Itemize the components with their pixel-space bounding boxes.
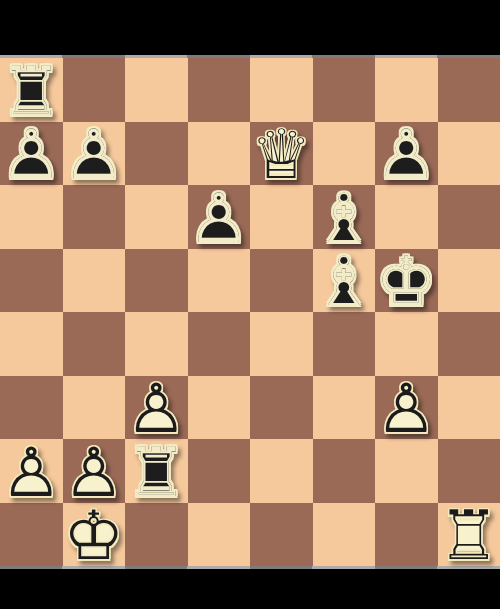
square-e8[interactable] <box>250 58 313 122</box>
square-d5[interactable] <box>188 249 251 313</box>
black-pawn[interactable]: ♟♙ <box>188 185 249 253</box>
top-frame <box>0 0 500 55</box>
pawn-glyph-outline: ♙ <box>188 185 249 253</box>
square-a2[interactable]: ♟♙ <box>0 439 63 503</box>
square-b5[interactable] <box>63 249 126 313</box>
square-f1[interactable] <box>313 503 376 567</box>
square-d6[interactable]: ♟♙ <box>188 185 251 249</box>
king-glyph-outline: ♔ <box>63 502 124 570</box>
pawn-glyph-outline: ♙ <box>1 121 62 189</box>
square-c7[interactable] <box>125 122 188 186</box>
square-e7[interactable]: ♛♕ <box>250 122 313 186</box>
square-h1[interactable]: ♜♖ <box>438 503 500 567</box>
white-king[interactable]: ♚♔ <box>63 502 124 570</box>
square-g7[interactable]: ♟♙ <box>375 122 438 186</box>
square-f2[interactable] <box>313 439 376 503</box>
square-d2[interactable] <box>188 439 251 503</box>
square-a4[interactable] <box>0 312 63 376</box>
rook-glyph-outline: ♖ <box>438 502 499 570</box>
square-c2[interactable]: ♜♖ <box>125 439 188 503</box>
black-pawn[interactable]: ♟♙ <box>376 121 437 189</box>
square-c6[interactable] <box>125 185 188 249</box>
square-e6[interactable] <box>250 185 313 249</box>
square-b1[interactable]: ♚♔ <box>63 503 126 567</box>
square-h4[interactable] <box>438 312 500 376</box>
square-f7[interactable] <box>313 122 376 186</box>
square-c3[interactable]: ♟♙ <box>125 376 188 440</box>
black-pawn[interactable]: ♟♙ <box>63 121 124 189</box>
square-a3[interactable] <box>0 376 63 440</box>
square-b7[interactable]: ♟♙ <box>63 122 126 186</box>
square-f8[interactable] <box>313 58 376 122</box>
white-pawn[interactable]: ♟♙ <box>1 439 62 507</box>
square-d7[interactable] <box>188 122 251 186</box>
pawn-glyph-outline: ♙ <box>63 121 124 189</box>
square-h2[interactable] <box>438 439 500 503</box>
square-e3[interactable] <box>250 376 313 440</box>
square-f4[interactable] <box>313 312 376 376</box>
square-c1[interactable] <box>125 503 188 567</box>
square-g8[interactable] <box>375 58 438 122</box>
black-pawn[interactable]: ♟♙ <box>1 121 62 189</box>
square-d1[interactable] <box>188 503 251 567</box>
square-d3[interactable] <box>188 376 251 440</box>
black-bishop[interactable]: ♝♗ <box>313 248 374 316</box>
pawn-glyph-outline: ♙ <box>376 375 437 443</box>
black-rook[interactable]: ♜♖ <box>126 439 187 507</box>
square-g2[interactable] <box>375 439 438 503</box>
queen-glyph-outline: ♕ <box>251 121 312 189</box>
square-e1[interactable] <box>250 503 313 567</box>
square-g3[interactable]: ♟♙ <box>375 376 438 440</box>
square-f3[interactable] <box>313 376 376 440</box>
square-g1[interactable] <box>375 503 438 567</box>
square-a6[interactable] <box>0 185 63 249</box>
king-glyph-outline: ♔ <box>376 248 437 316</box>
square-b3[interactable] <box>63 376 126 440</box>
square-g6[interactable] <box>375 185 438 249</box>
black-king[interactable]: ♚♔ <box>376 248 437 316</box>
square-a1[interactable] <box>0 503 63 567</box>
square-e5[interactable] <box>250 249 313 313</box>
square-a5[interactable] <box>0 249 63 313</box>
square-h3[interactable] <box>438 376 500 440</box>
rook-glyph-outline: ♖ <box>126 439 187 507</box>
square-h6[interactable] <box>438 185 500 249</box>
square-c8[interactable] <box>125 58 188 122</box>
square-d8[interactable] <box>188 58 251 122</box>
square-e4[interactable] <box>250 312 313 376</box>
square-g4[interactable] <box>375 312 438 376</box>
square-h7[interactable] <box>438 122 500 186</box>
white-pawn[interactable]: ♟♙ <box>376 375 437 443</box>
square-f6[interactable]: ♝♗ <box>313 185 376 249</box>
pawn-glyph-outline: ♙ <box>1 439 62 507</box>
square-h8[interactable] <box>438 58 500 122</box>
square-c5[interactable] <box>125 249 188 313</box>
square-d4[interactable] <box>188 312 251 376</box>
square-b4[interactable] <box>63 312 126 376</box>
square-f5[interactable]: ♝♗ <box>313 249 376 313</box>
bishop-glyph-outline: ♗ <box>313 248 374 316</box>
square-c4[interactable] <box>125 312 188 376</box>
square-b6[interactable] <box>63 185 126 249</box>
square-a8[interactable]: ♜♖ <box>0 58 63 122</box>
square-h5[interactable] <box>438 249 500 313</box>
white-queen[interactable]: ♛♕ <box>251 121 312 189</box>
square-g5[interactable]: ♚♔ <box>375 249 438 313</box>
square-a7[interactable]: ♟♙ <box>0 122 63 186</box>
pawn-glyph-outline: ♙ <box>376 121 437 189</box>
square-b8[interactable] <box>63 58 126 122</box>
square-b2[interactable]: ♟♙ <box>63 439 126 503</box>
white-rook[interactable]: ♜♖ <box>438 502 499 570</box>
bottom-frame <box>0 569 500 609</box>
square-e2[interactable] <box>250 439 313 503</box>
chess-board: ♜♖♟♙♟♙♛♕♟♙♟♙♝♗♝♗♚♔♟♙♟♙♟♙♟♙♜♖♚♔♜♖ <box>0 58 500 566</box>
